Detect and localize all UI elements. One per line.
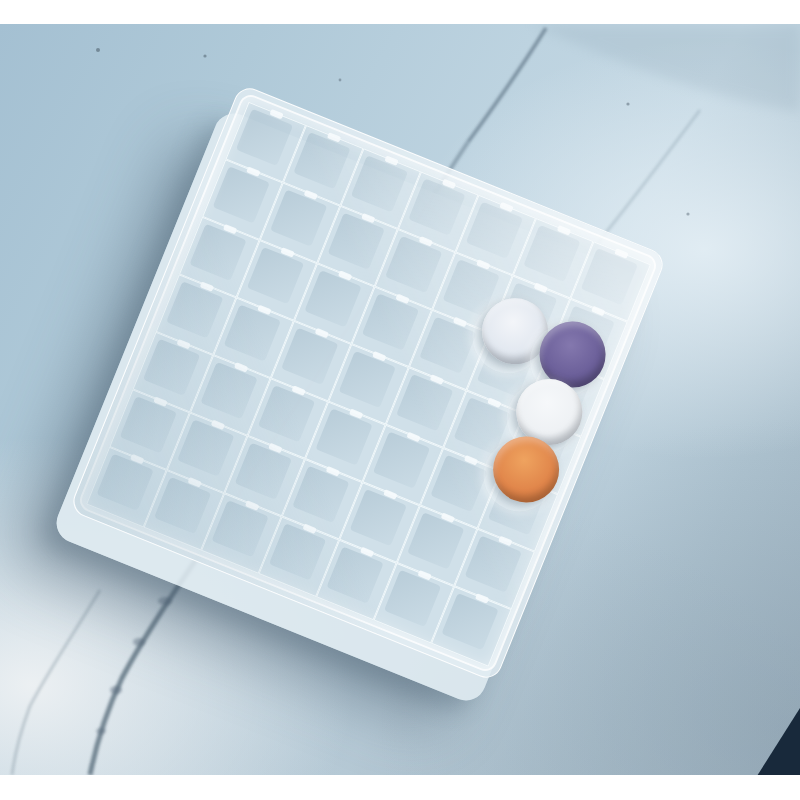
marble-vein-top xyxy=(468,28,546,142)
marble-shade-patch xyxy=(530,24,800,112)
marble-vein-faint-left xyxy=(12,590,100,775)
photo-canvas: { "scene": { "description": "Overhead ph… xyxy=(0,0,800,800)
bottom-white-band xyxy=(0,775,800,800)
dark-object-corner xyxy=(757,708,800,775)
marble-countertop xyxy=(0,24,800,775)
top-white-band xyxy=(0,0,800,24)
